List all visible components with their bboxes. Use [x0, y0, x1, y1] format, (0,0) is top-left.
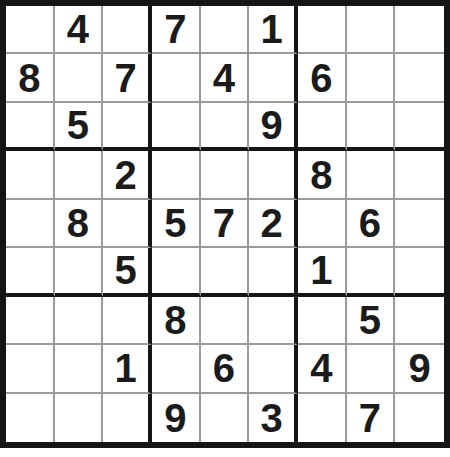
cell-r7c4[interactable]: 8 — [152, 297, 201, 345]
cell-r2c4[interactable] — [152, 54, 201, 102]
cell-r5c7[interactable] — [298, 200, 347, 248]
given-digit: 7 — [213, 203, 235, 243]
cell-r6c6[interactable] — [249, 248, 298, 296]
given-digit: 8 — [67, 203, 89, 243]
cell-r7c2[interactable] — [55, 297, 104, 345]
cell-r9c8[interactable]: 7 — [347, 394, 396, 442]
cell-r4c5[interactable] — [201, 151, 250, 199]
cell-r6c9[interactable] — [395, 248, 444, 296]
cell-r3c4[interactable] — [152, 103, 201, 151]
given-digit: 5 — [164, 203, 186, 243]
cell-r8c9[interactable]: 9 — [395, 345, 444, 393]
given-digit: 7 — [115, 58, 137, 98]
cell-r7c3[interactable] — [103, 297, 152, 345]
cell-r4c9[interactable] — [395, 151, 444, 199]
given-digit: 2 — [115, 155, 137, 195]
given-digit: 4 — [213, 58, 235, 98]
given-digit: 8 — [310, 155, 332, 195]
cell-r9c3[interactable] — [103, 394, 152, 442]
cell-r5c8[interactable]: 6 — [347, 200, 396, 248]
cell-r6c1[interactable] — [6, 248, 55, 296]
cell-r3c8[interactable] — [347, 103, 396, 151]
given-digit: 9 — [409, 348, 431, 388]
cell-r5c1[interactable] — [6, 200, 55, 248]
given-digit: 2 — [261, 203, 283, 243]
cell-r3c1[interactable] — [6, 103, 55, 151]
cell-r6c2[interactable] — [55, 248, 104, 296]
given-digit: 1 — [310, 250, 332, 290]
cell-r1c7[interactable] — [298, 6, 347, 54]
cell-r7c9[interactable] — [395, 297, 444, 345]
given-digit: 8 — [164, 300, 186, 340]
cell-r4c2[interactable] — [55, 151, 104, 199]
given-digit: 9 — [164, 398, 186, 438]
cell-r2c3[interactable]: 7 — [103, 54, 152, 102]
given-digit: 5 — [359, 300, 381, 340]
cell-r8c3[interactable]: 1 — [103, 345, 152, 393]
cell-r3c7[interactable] — [298, 103, 347, 151]
cell-r6c7[interactable]: 1 — [298, 248, 347, 296]
cell-r4c1[interactable] — [6, 151, 55, 199]
given-digit: 7 — [164, 9, 186, 49]
cell-r6c5[interactable] — [201, 248, 250, 296]
cell-r6c4[interactable] — [152, 248, 201, 296]
cell-r1c5[interactable] — [201, 6, 250, 54]
cell-r3c5[interactable] — [201, 103, 250, 151]
cell-r9c6[interactable]: 3 — [249, 394, 298, 442]
cell-r6c3[interactable]: 5 — [103, 248, 152, 296]
cell-r4c8[interactable] — [347, 151, 396, 199]
cell-r4c3[interactable]: 2 — [103, 151, 152, 199]
given-digit: 6 — [213, 348, 235, 388]
cell-r4c4[interactable] — [152, 151, 201, 199]
cell-r1c4[interactable]: 7 — [152, 6, 201, 54]
cell-r9c9[interactable] — [395, 394, 444, 442]
cell-r9c1[interactable] — [6, 394, 55, 442]
given-digit: 1 — [115, 348, 137, 388]
given-digit: 5 — [115, 250, 137, 290]
given-digit: 4 — [310, 348, 332, 388]
cell-r7c5[interactable] — [201, 297, 250, 345]
cell-r9c5[interactable] — [201, 394, 250, 442]
given-digit: 9 — [261, 105, 283, 145]
cell-r8c2[interactable] — [55, 345, 104, 393]
cell-r2c1[interactable]: 8 — [6, 54, 55, 102]
cell-r7c7[interactable] — [298, 297, 347, 345]
cell-r7c8[interactable]: 5 — [347, 297, 396, 345]
given-digit: 7 — [359, 398, 381, 438]
given-digit: 8 — [18, 58, 40, 98]
cell-r8c7[interactable]: 4 — [298, 345, 347, 393]
cell-r1c9[interactable] — [395, 6, 444, 54]
given-digit: 4 — [67, 9, 89, 49]
cell-r5c2[interactable]: 8 — [55, 200, 104, 248]
cell-r1c3[interactable] — [103, 6, 152, 54]
cell-r2c2[interactable] — [55, 54, 104, 102]
cell-r4c6[interactable] — [249, 151, 298, 199]
cell-r1c1[interactable] — [6, 6, 55, 54]
cell-r9c7[interactable] — [298, 394, 347, 442]
cell-r3c3[interactable] — [103, 103, 152, 151]
cell-r6c8[interactable] — [347, 248, 396, 296]
cell-r2c7[interactable]: 6 — [298, 54, 347, 102]
cell-r9c4[interactable]: 9 — [152, 394, 201, 442]
given-digit: 6 — [359, 203, 381, 243]
cell-r9c2[interactable] — [55, 394, 104, 442]
cell-r7c1[interactable] — [6, 297, 55, 345]
cell-r1c2[interactable]: 4 — [55, 6, 104, 54]
sudoku-page: 471874659288572651851649937 — [0, 0, 450, 457]
cell-r5c3[interactable] — [103, 200, 152, 248]
given-digit: 3 — [261, 398, 283, 438]
cell-r3c9[interactable] — [395, 103, 444, 151]
cell-r2c8[interactable] — [347, 54, 396, 102]
cell-r8c6[interactable] — [249, 345, 298, 393]
given-digit: 6 — [310, 58, 332, 98]
cell-r1c8[interactable] — [347, 6, 396, 54]
cell-r3c2[interactable]: 5 — [55, 103, 104, 151]
cell-r8c8[interactable] — [347, 345, 396, 393]
cell-r5c9[interactable] — [395, 200, 444, 248]
cell-r2c5[interactable]: 4 — [201, 54, 250, 102]
cell-r5c5[interactable]: 7 — [201, 200, 250, 248]
cell-r8c4[interactable] — [152, 345, 201, 393]
cell-r8c1[interactable] — [6, 345, 55, 393]
cell-r4c7[interactable]: 8 — [298, 151, 347, 199]
cell-r5c6[interactable]: 2 — [249, 200, 298, 248]
cell-r2c6[interactable] — [249, 54, 298, 102]
given-digit: 1 — [261, 9, 283, 49]
cell-r1c6[interactable]: 1 — [249, 6, 298, 54]
cell-r2c9[interactable] — [395, 54, 444, 102]
given-digit: 5 — [67, 105, 89, 145]
sudoku-board: 471874659288572651851649937 — [0, 0, 450, 448]
cell-r7c6[interactable] — [249, 297, 298, 345]
cell-r5c4[interactable]: 5 — [152, 200, 201, 248]
cell-r8c5[interactable]: 6 — [201, 345, 250, 393]
cell-r3c6[interactable]: 9 — [249, 103, 298, 151]
